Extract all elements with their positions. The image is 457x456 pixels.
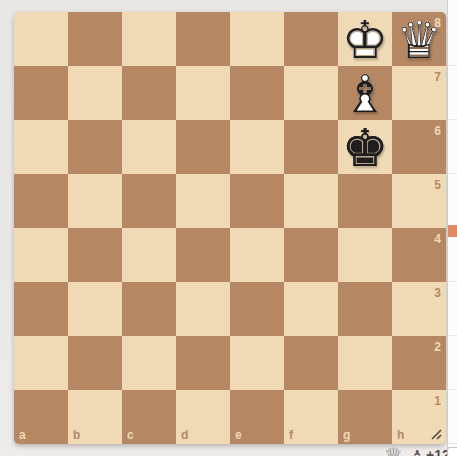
square-a3[interactable] (14, 282, 68, 336)
square-g4[interactable] (338, 228, 392, 282)
square-e5[interactable] (230, 174, 284, 228)
square-c6[interactable] (122, 120, 176, 174)
square-h5[interactable] (392, 174, 446, 228)
square-h4[interactable] (392, 228, 446, 282)
square-d5[interactable] (176, 174, 230, 228)
square-b2[interactable] (68, 336, 122, 390)
square-a8[interactable] (14, 12, 68, 66)
material-advantage-bar: ♕ ♝ +12 (0, 444, 446, 456)
square-a5[interactable] (14, 174, 68, 228)
square-c2[interactable] (122, 336, 176, 390)
square-d2[interactable] (176, 336, 230, 390)
square-g5[interactable] (338, 174, 392, 228)
square-c1[interactable] (122, 390, 176, 444)
white-bishop[interactable]: ♝♗ (338, 66, 392, 120)
square-c3[interactable] (122, 282, 176, 336)
square-e3[interactable] (230, 282, 284, 336)
square-e8[interactable] (230, 12, 284, 66)
square-b8[interactable] (68, 12, 122, 66)
square-h2[interactable] (392, 336, 446, 390)
square-e2[interactable] (230, 336, 284, 390)
square-f4[interactable] (284, 228, 338, 282)
square-e6[interactable] (230, 120, 284, 174)
square-e1[interactable] (230, 390, 284, 444)
square-d3[interactable] (176, 282, 230, 336)
square-f8[interactable] (284, 12, 338, 66)
bishop-icon: ♝ (409, 446, 426, 456)
square-b7[interactable] (68, 66, 122, 120)
square-c5[interactable] (122, 174, 176, 228)
square-h3[interactable] (392, 282, 446, 336)
queen-icon: ♕ (384, 445, 403, 456)
square-c7[interactable] (122, 66, 176, 120)
square-a1[interactable] (14, 390, 68, 444)
white-king[interactable]: ♚♔ (338, 12, 392, 66)
square-h6[interactable] (392, 120, 446, 174)
black-king[interactable]: ♚♚ (338, 120, 392, 174)
board-resize-handle-icon[interactable] (429, 427, 443, 441)
square-g2[interactable] (338, 336, 392, 390)
square-c4[interactable] (122, 228, 176, 282)
square-a7[interactable] (14, 66, 68, 120)
square-b4[interactable] (68, 228, 122, 282)
square-b5[interactable] (68, 174, 122, 228)
square-b1[interactable] (68, 390, 122, 444)
square-b3[interactable] (68, 282, 122, 336)
square-a6[interactable] (14, 120, 68, 174)
square-f7[interactable] (284, 66, 338, 120)
square-g1[interactable] (338, 390, 392, 444)
square-f1[interactable] (284, 390, 338, 444)
square-c8[interactable] (122, 12, 176, 66)
square-f3[interactable] (284, 282, 338, 336)
square-d4[interactable] (176, 228, 230, 282)
chess-board[interactable]: ♚♔♛♕♝♗♚♚abcdefgh87654321 (14, 12, 446, 444)
square-d7[interactable] (176, 66, 230, 120)
strip-corner-box (447, 447, 457, 456)
square-g3[interactable] (338, 282, 392, 336)
square-f2[interactable] (284, 336, 338, 390)
square-a2[interactable] (14, 336, 68, 390)
square-f6[interactable] (284, 120, 338, 174)
right-scroll-strip[interactable] (447, 0, 457, 456)
square-d8[interactable] (176, 12, 230, 66)
white-queen[interactable]: ♛♕ (392, 12, 446, 66)
square-e7[interactable] (230, 66, 284, 120)
square-d1[interactable] (176, 390, 230, 444)
square-f5[interactable] (284, 174, 338, 228)
square-a4[interactable] (14, 228, 68, 282)
square-h7[interactable] (392, 66, 446, 120)
square-b6[interactable] (68, 120, 122, 174)
scroll-marker (448, 225, 457, 237)
square-d6[interactable] (176, 120, 230, 174)
square-e4[interactable] (230, 228, 284, 282)
